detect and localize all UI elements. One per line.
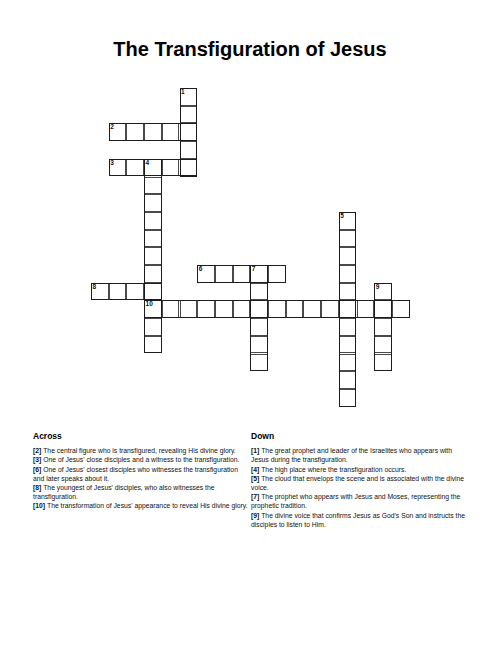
grid-cell-r8c14[interactable] <box>339 230 357 248</box>
grid-cell-r11c9[interactable] <box>250 283 268 301</box>
grid-cell-r0c5[interactable] <box>180 88 198 106</box>
clue-item-number: [2] <box>33 447 43 454</box>
clue-item-number: [8] <box>33 484 43 491</box>
across-heading: Across <box>33 432 248 441</box>
grid-cell-r7c3[interactable] <box>144 212 162 230</box>
grid-cell-r10c10[interactable] <box>268 265 286 283</box>
clue-item-3: [3] One of Jesus' close disciples and a … <box>33 455 248 464</box>
grid-cell-r4c5[interactable] <box>180 159 198 177</box>
page-title: The Transfiguration of Jesus <box>0 38 500 61</box>
grid-cell-r4c2[interactable] <box>126 159 144 177</box>
grid-cell-r10c6[interactable] <box>197 265 215 283</box>
clue-item-text: The youngest of Jesus' disciples, who al… <box>33 484 215 500</box>
grid-cell-r17c14[interactable] <box>339 389 357 407</box>
clue-item-2: [2] The central figure who is transfigur… <box>33 446 248 455</box>
clue-item-text: The transformation of Jesus' appearance … <box>47 502 248 509</box>
grid-cell-r11c0[interactable] <box>91 283 109 301</box>
grid-cell-r2c2[interactable] <box>126 123 144 141</box>
grid-cell-r10c14[interactable] <box>339 265 357 283</box>
grid-cell-r12c9[interactable] <box>250 300 268 318</box>
grid-cell-r8c3[interactable] <box>144 230 162 248</box>
grid-cell-r2c1[interactable] <box>109 123 127 141</box>
clue-item-4: [4] The high place where the transfigura… <box>251 465 471 474</box>
grid-cell-r13c14[interactable] <box>339 318 357 336</box>
clue-item-text: The high place where the transfiguration… <box>261 466 406 473</box>
grid-cell-r10c3[interactable] <box>144 265 162 283</box>
clue-item-number: [7] <box>251 493 261 500</box>
clue-item-text: The central figure who is transfigured, … <box>43 447 236 454</box>
clue-item-text: The great prophet and leader of the Isra… <box>251 447 452 463</box>
clue-item-number: [10] <box>33 502 47 509</box>
grid-cell-r4c3[interactable] <box>144 159 162 177</box>
clue-item-10: [10] The transformation of Jesus' appear… <box>33 501 248 510</box>
grid-cell-r14c3[interactable] <box>144 336 162 354</box>
grid-cell-r10c9[interactable] <box>250 265 268 283</box>
grid-cell-r4c4[interactable] <box>162 159 180 177</box>
grid-cell-r9c3[interactable] <box>144 247 162 265</box>
grid-cell-r10c7[interactable] <box>215 265 233 283</box>
grid-cell-r13c16[interactable] <box>374 318 392 336</box>
clue-item-text: One of Jesus' close disciples and a witn… <box>43 456 239 463</box>
down-clue-list: [1] The great prophet and leader of the … <box>251 446 471 529</box>
grid-cell-r12c7[interactable] <box>215 300 233 318</box>
clue-item-number: [3] <box>33 456 43 463</box>
grid-cell-r16c14[interactable] <box>339 371 357 389</box>
grid-cell-r2c4[interactable] <box>162 123 180 141</box>
grid-cell-r12c12[interactable] <box>303 300 321 318</box>
grid-cell-r11c1[interactable] <box>109 283 127 301</box>
clue-item-8: [8] The youngest of Jesus' disciples, wh… <box>33 483 248 501</box>
grid-cell-r12c14[interactable] <box>339 300 357 318</box>
grid-cell-r5c3[interactable] <box>144 177 162 195</box>
down-clues-section: Down [1] The great prophet and leader of… <box>251 432 471 529</box>
grid-cell-r3c5[interactable] <box>180 141 198 159</box>
grid-cell-r11c3[interactable] <box>144 283 162 301</box>
grid-cell-r11c2[interactable] <box>126 283 144 301</box>
clue-item-number: [5] <box>251 475 261 482</box>
across-clues-section: Across [2] The central figure who is tra… <box>33 432 248 511</box>
clue-item-6: [6] One of Jesus' closest disciples who … <box>33 465 248 483</box>
grid-cell-r14c9[interactable] <box>250 336 268 354</box>
grid-cell-r14c14[interactable] <box>339 336 357 354</box>
grid-cell-r2c3[interactable] <box>144 123 162 141</box>
clue-item-text: One of Jesus' closest disciples who witn… <box>33 466 238 482</box>
grid-cell-r2c5[interactable] <box>180 123 198 141</box>
crossword-page: The Transfiguration of Jesus 12345678910… <box>0 0 500 647</box>
clue-item-number: [6] <box>33 466 43 473</box>
grid-cell-r12c15[interactable] <box>357 300 375 318</box>
grid-cell-r9c14[interactable] <box>339 247 357 265</box>
clue-item-7: [7] The prophet who appears with Jesus a… <box>251 492 471 510</box>
grid-cell-r12c6[interactable] <box>197 300 215 318</box>
clue-item-text: The prophet who appears with Jesus and M… <box>251 493 460 509</box>
grid-cell-r13c3[interactable] <box>144 318 162 336</box>
down-heading: Down <box>251 432 471 441</box>
grid-cell-r1c5[interactable] <box>180 106 198 124</box>
grid-cell-r15c16[interactable] <box>374 354 392 372</box>
grid-cell-r12c8[interactable] <box>233 300 251 318</box>
grid-cell-r12c3[interactable] <box>144 300 162 318</box>
grid-cell-r4c1[interactable] <box>109 159 127 177</box>
grid-cell-r12c5[interactable] <box>180 300 198 318</box>
clue-item-number: [4] <box>251 466 261 473</box>
crossword-grid: 12345678910 <box>91 88 411 408</box>
grid-cell-r12c16[interactable] <box>374 300 392 318</box>
grid-cell-r15c14[interactable] <box>339 354 357 372</box>
grid-cell-r11c16[interactable] <box>374 283 392 301</box>
across-clue-list: [2] The central figure who is transfigur… <box>33 446 248 510</box>
clue-item-number: [1] <box>251 447 261 454</box>
grid-cell-r10c8[interactable] <box>233 265 251 283</box>
grid-cell-r12c4[interactable] <box>162 300 180 318</box>
clue-item-5: [5] The cloud that envelops the scene an… <box>251 474 471 492</box>
clue-item-text: The divine voice that confirms Jesus as … <box>251 512 465 528</box>
grid-cell-r7c14[interactable] <box>339 212 357 230</box>
grid-cell-r12c11[interactable] <box>286 300 304 318</box>
grid-cell-r15c9[interactable] <box>250 354 268 372</box>
grid-cell-r12c17[interactable] <box>392 300 410 318</box>
grid-cell-r14c16[interactable] <box>374 336 392 354</box>
clue-item-text: The cloud that envelops the scene and is… <box>251 475 464 491</box>
grid-cell-r12c13[interactable] <box>321 300 339 318</box>
clue-item-1: [1] The great prophet and leader of the … <box>251 446 471 464</box>
grid-cell-r6c3[interactable] <box>144 194 162 212</box>
grid-cell-r13c9[interactable] <box>250 318 268 336</box>
clue-item-9: [9] The divine voice that confirms Jesus… <box>251 511 471 529</box>
grid-cell-r11c14[interactable] <box>339 283 357 301</box>
clue-item-number: [9] <box>251 512 261 519</box>
grid-cell-r12c10[interactable] <box>268 300 286 318</box>
